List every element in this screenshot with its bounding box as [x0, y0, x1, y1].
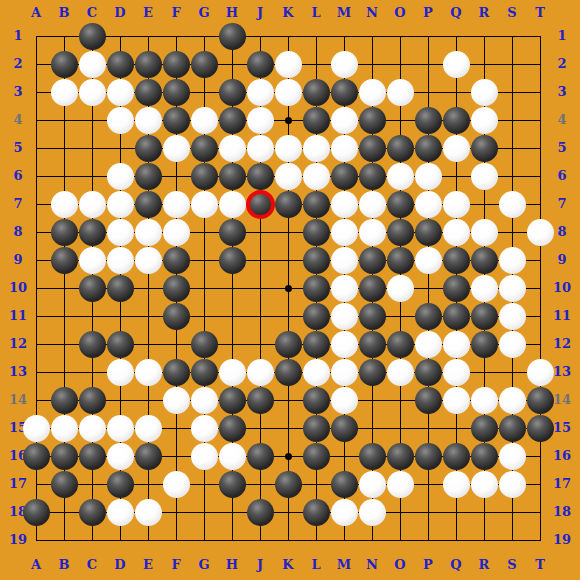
stone-black-L9 — [303, 247, 330, 274]
stone-black-P14 — [415, 387, 442, 414]
stone-black-N11 — [359, 303, 386, 330]
stone-black-H4 — [219, 107, 246, 134]
coord-label-top-D: D — [106, 2, 134, 24]
coord-label-left-6: 6 — [4, 165, 32, 187]
stone-black-H17 — [219, 471, 246, 498]
stone-black-O8 — [387, 219, 414, 246]
stone-white-M9 — [331, 247, 358, 274]
coord-label-right-6: 6 — [548, 165, 576, 187]
coord-label-bottom-T: T — [526, 554, 554, 576]
stone-white-T8 — [527, 219, 554, 246]
stone-white-E13 — [135, 359, 162, 386]
stone-white-Q7 — [443, 191, 470, 218]
coord-label-left-13: 13 — [4, 361, 32, 383]
coord-label-bottom-H: H — [218, 554, 246, 576]
coord-label-right-1: 1 — [548, 25, 576, 47]
stone-white-C3 — [79, 79, 106, 106]
coord-label-bottom-Q: Q — [442, 554, 470, 576]
stone-black-C12 — [79, 331, 106, 358]
stone-white-K2 — [275, 51, 302, 78]
stone-black-A18 — [23, 499, 50, 526]
stone-white-S9 — [499, 247, 526, 274]
stone-white-N8 — [359, 219, 386, 246]
stone-black-P4 — [415, 107, 442, 134]
stone-white-M12 — [331, 331, 358, 358]
stone-black-K17 — [275, 471, 302, 498]
stone-black-B8 — [51, 219, 78, 246]
stone-white-F14 — [163, 387, 190, 414]
stone-black-L14 — [303, 387, 330, 414]
coord-label-top-K: K — [274, 2, 302, 24]
stone-white-M10 — [331, 275, 358, 302]
stone-white-O17 — [387, 471, 414, 498]
stone-black-L16 — [303, 443, 330, 470]
stone-white-S10 — [499, 275, 526, 302]
coord-label-bottom-J: J — [246, 554, 274, 576]
coord-label-bottom-R: R — [470, 554, 498, 576]
stone-white-G7 — [191, 191, 218, 218]
stone-white-M14 — [331, 387, 358, 414]
coord-label-right-18: 18 — [548, 501, 576, 523]
stone-white-M2 — [331, 51, 358, 78]
star-point-K16 — [285, 453, 292, 460]
stone-black-E16 — [135, 443, 162, 470]
stone-black-J2 — [247, 51, 274, 78]
stone-white-H5 — [219, 135, 246, 162]
stone-black-B2 — [51, 51, 78, 78]
stone-white-E4 — [135, 107, 162, 134]
stone-black-D12 — [107, 331, 134, 358]
stone-white-R10 — [471, 275, 498, 302]
stone-white-D15 — [107, 415, 134, 442]
stone-white-A15 — [23, 415, 50, 442]
star-point-K4 — [285, 117, 292, 124]
stone-white-G16 — [191, 443, 218, 470]
stone-white-G15 — [191, 415, 218, 442]
stone-white-M11 — [331, 303, 358, 330]
stone-black-F11 — [163, 303, 190, 330]
stone-white-N7 — [359, 191, 386, 218]
coord-label-left-7: 7 — [4, 193, 32, 215]
stone-black-J18 — [247, 499, 274, 526]
stone-black-N16 — [359, 443, 386, 470]
stone-black-G6 — [191, 163, 218, 190]
stone-black-B17 — [51, 471, 78, 498]
stone-black-L12 — [303, 331, 330, 358]
coord-label-right-17: 17 — [548, 473, 576, 495]
stone-black-M3 — [331, 79, 358, 106]
stone-white-F5 — [163, 135, 190, 162]
stone-black-A16 — [23, 443, 50, 470]
stone-white-P7 — [415, 191, 442, 218]
stone-black-R5 — [471, 135, 498, 162]
stone-white-E9 — [135, 247, 162, 274]
stone-black-K13 — [275, 359, 302, 386]
stone-white-S7 — [499, 191, 526, 218]
stone-black-C16 — [79, 443, 106, 470]
stone-black-F4 — [163, 107, 190, 134]
stone-black-O5 — [387, 135, 414, 162]
coord-label-top-R: R — [470, 2, 498, 24]
stone-white-G4 — [191, 107, 218, 134]
stone-black-O7 — [387, 191, 414, 218]
stone-white-O13 — [387, 359, 414, 386]
stone-black-Q4 — [443, 107, 470, 134]
coord-label-bottom-B: B — [50, 554, 78, 576]
stone-black-L15 — [303, 415, 330, 442]
coord-label-left-17: 17 — [4, 473, 32, 495]
stone-black-N6 — [359, 163, 386, 190]
stone-black-L3 — [303, 79, 330, 106]
coord-label-right-11: 11 — [548, 305, 576, 327]
coord-label-bottom-E: E — [134, 554, 162, 576]
stone-black-D2 — [107, 51, 134, 78]
stone-white-R14 — [471, 387, 498, 414]
stone-black-J6 — [247, 163, 274, 190]
stone-black-M6 — [331, 163, 358, 190]
stone-white-K5 — [275, 135, 302, 162]
stone-white-D9 — [107, 247, 134, 274]
stone-black-L18 — [303, 499, 330, 526]
coord-label-left-8: 8 — [4, 221, 32, 243]
coord-label-right-12: 12 — [548, 333, 576, 355]
stone-black-F3 — [163, 79, 190, 106]
stone-white-O10 — [387, 275, 414, 302]
stone-black-N10 — [359, 275, 386, 302]
stone-black-C18 — [79, 499, 106, 526]
stone-white-L13 — [303, 359, 330, 386]
stone-white-M8 — [331, 219, 358, 246]
stone-white-C2 — [79, 51, 106, 78]
stone-black-C1 — [79, 23, 106, 50]
stone-black-M15 — [331, 415, 358, 442]
stone-white-S17 — [499, 471, 526, 498]
stone-black-H3 — [219, 79, 246, 106]
coord-label-bottom-N: N — [358, 554, 386, 576]
coord-label-left-5: 5 — [4, 137, 32, 159]
star-point-K10 — [285, 285, 292, 292]
stone-black-H1 — [219, 23, 246, 50]
coord-label-bottom-G: G — [190, 554, 218, 576]
stone-white-H13 — [219, 359, 246, 386]
stone-white-L6 — [303, 163, 330, 190]
stone-black-E3 — [135, 79, 162, 106]
stone-black-Q10 — [443, 275, 470, 302]
coord-label-top-E: E — [134, 2, 162, 24]
stone-black-S15 — [499, 415, 526, 442]
stone-white-K6 — [275, 163, 302, 190]
stone-white-N18 — [359, 499, 386, 526]
stone-black-P13 — [415, 359, 442, 386]
stone-black-H8 — [219, 219, 246, 246]
stone-white-L5 — [303, 135, 330, 162]
stone-white-H7 — [219, 191, 246, 218]
stone-white-D16 — [107, 443, 134, 470]
stone-white-S14 — [499, 387, 526, 414]
stone-white-Q14 — [443, 387, 470, 414]
stone-white-R4 — [471, 107, 498, 134]
stone-white-F7 — [163, 191, 190, 218]
stone-white-N17 — [359, 471, 386, 498]
stone-white-D8 — [107, 219, 134, 246]
coord-label-top-N: N — [358, 2, 386, 24]
stone-black-C14 — [79, 387, 106, 414]
stone-white-Q8 — [443, 219, 470, 246]
stone-black-L10 — [303, 275, 330, 302]
stone-black-L8 — [303, 219, 330, 246]
stone-white-M7 — [331, 191, 358, 218]
stone-black-Q9 — [443, 247, 470, 274]
stone-black-T14 — [527, 387, 554, 414]
coord-label-top-P: P — [414, 2, 442, 24]
stone-black-O16 — [387, 443, 414, 470]
coord-label-bottom-M: M — [330, 554, 358, 576]
stone-white-B3 — [51, 79, 78, 106]
stone-black-P5 — [415, 135, 442, 162]
stone-black-G5 — [191, 135, 218, 162]
stone-black-B16 — [51, 443, 78, 470]
coord-label-right-10: 10 — [548, 277, 576, 299]
stone-white-S11 — [499, 303, 526, 330]
stone-white-C9 — [79, 247, 106, 274]
coord-label-top-C: C — [78, 2, 106, 24]
stone-white-P12 — [415, 331, 442, 358]
stone-black-P11 — [415, 303, 442, 330]
stone-black-N5 — [359, 135, 386, 162]
stone-white-R17 — [471, 471, 498, 498]
stone-white-R6 — [471, 163, 498, 190]
coord-label-bottom-A: A — [22, 554, 50, 576]
stone-white-B15 — [51, 415, 78, 442]
coord-label-top-J: J — [246, 2, 274, 24]
stone-black-N13 — [359, 359, 386, 386]
stone-black-D10 — [107, 275, 134, 302]
stone-black-K7 — [275, 191, 302, 218]
stone-black-Q11 — [443, 303, 470, 330]
stone-white-O3 — [387, 79, 414, 106]
stone-white-F17 — [163, 471, 190, 498]
coord-label-right-9: 9 — [548, 249, 576, 271]
coord-label-right-4: 4 — [548, 109, 576, 131]
coord-label-left-9: 9 — [4, 249, 32, 271]
stone-black-H15 — [219, 415, 246, 442]
stone-white-D13 — [107, 359, 134, 386]
coord-label-left-1: 1 — [4, 25, 32, 47]
stone-black-R16 — [471, 443, 498, 470]
stone-white-O6 — [387, 163, 414, 190]
stone-black-M17 — [331, 471, 358, 498]
coord-label-right-19: 19 — [548, 529, 576, 551]
stone-black-G13 — [191, 359, 218, 386]
coord-label-top-B: B — [50, 2, 78, 24]
stone-black-K12 — [275, 331, 302, 358]
stone-black-C10 — [79, 275, 106, 302]
stone-white-M18 — [331, 499, 358, 526]
stone-black-P16 — [415, 443, 442, 470]
stone-black-F10 — [163, 275, 190, 302]
stone-white-M5 — [331, 135, 358, 162]
stone-black-R15 — [471, 415, 498, 442]
stone-black-B14 — [51, 387, 78, 414]
coord-label-top-G: G — [190, 2, 218, 24]
coord-label-right-7: 7 — [548, 193, 576, 215]
stone-white-D6 — [107, 163, 134, 190]
coord-label-right-2: 2 — [548, 53, 576, 75]
coord-label-top-H: H — [218, 2, 246, 24]
coord-label-top-A: A — [22, 2, 50, 24]
stone-white-B7 — [51, 191, 78, 218]
stone-white-M13 — [331, 359, 358, 386]
coord-label-right-16: 16 — [548, 445, 576, 467]
go-board[interactable]: AABBCCDDEEFFGGHHJJKKLLMMNNOOPPQQRRSSTT11… — [0, 0, 580, 580]
stone-white-D3 — [107, 79, 134, 106]
coord-label-bottom-K: K — [274, 554, 302, 576]
coord-label-left-10: 10 — [4, 277, 32, 299]
coord-label-top-Q: Q — [442, 2, 470, 24]
stone-black-J16 — [247, 443, 274, 470]
stone-white-G14 — [191, 387, 218, 414]
stone-white-C7 — [79, 191, 106, 218]
coord-label-bottom-S: S — [498, 554, 526, 576]
coord-label-bottom-P: P — [414, 554, 442, 576]
stone-black-H6 — [219, 163, 246, 190]
stone-white-K3 — [275, 79, 302, 106]
stone-white-J4 — [247, 107, 274, 134]
stone-white-Q17 — [443, 471, 470, 498]
coord-label-left-14: 14 — [4, 389, 32, 411]
stone-black-C8 — [79, 219, 106, 246]
stone-black-F9 — [163, 247, 190, 274]
coord-label-left-4: 4 — [4, 109, 32, 131]
coord-label-left-11: 11 — [4, 305, 32, 327]
stone-white-D7 — [107, 191, 134, 218]
stone-black-F2 — [163, 51, 190, 78]
stone-black-E6 — [135, 163, 162, 190]
stone-white-R8 — [471, 219, 498, 246]
stone-white-J5 — [247, 135, 274, 162]
stone-white-E8 — [135, 219, 162, 246]
coord-label-bottom-O: O — [386, 554, 414, 576]
coord-label-left-2: 2 — [4, 53, 32, 75]
stone-black-P8 — [415, 219, 442, 246]
stone-black-R9 — [471, 247, 498, 274]
stone-white-Q13 — [443, 359, 470, 386]
stone-black-Q16 — [443, 443, 470, 470]
stone-white-Q5 — [443, 135, 470, 162]
stone-white-P6 — [415, 163, 442, 190]
stone-black-H9 — [219, 247, 246, 274]
stone-white-Q2 — [443, 51, 470, 78]
stone-black-R12 — [471, 331, 498, 358]
stone-black-B9 — [51, 247, 78, 274]
stone-white-M4 — [331, 107, 358, 134]
stone-white-E15 — [135, 415, 162, 442]
stone-black-O12 — [387, 331, 414, 358]
stone-black-H14 — [219, 387, 246, 414]
stone-black-N12 — [359, 331, 386, 358]
stone-black-R11 — [471, 303, 498, 330]
stone-black-T15 — [527, 415, 554, 442]
stone-white-E18 — [135, 499, 162, 526]
coord-label-bottom-F: F — [162, 554, 190, 576]
stone-white-Q12 — [443, 331, 470, 358]
stone-black-G12 — [191, 331, 218, 358]
stone-black-L7 — [303, 191, 330, 218]
stone-black-E7 — [135, 191, 162, 218]
stone-black-L4 — [303, 107, 330, 134]
stone-black-J14 — [247, 387, 274, 414]
stone-black-N9 — [359, 247, 386, 274]
coord-label-top-S: S — [498, 2, 526, 24]
stone-white-S16 — [499, 443, 526, 470]
coord-label-top-M: M — [330, 2, 358, 24]
coord-label-bottom-L: L — [302, 554, 330, 576]
stone-black-O9 — [387, 247, 414, 274]
stone-white-D18 — [107, 499, 134, 526]
stone-black-G2 — [191, 51, 218, 78]
coord-label-right-3: 3 — [548, 81, 576, 103]
stone-black-E2 — [135, 51, 162, 78]
coord-label-top-O: O — [386, 2, 414, 24]
stone-white-J13 — [247, 359, 274, 386]
stone-black-F13 — [163, 359, 190, 386]
coord-label-bottom-D: D — [106, 554, 134, 576]
stone-white-J3 — [247, 79, 274, 106]
coord-label-left-19: 19 — [4, 529, 32, 551]
coord-label-bottom-C: C — [78, 554, 106, 576]
stone-white-N3 — [359, 79, 386, 106]
coord-label-left-12: 12 — [4, 333, 32, 355]
stone-white-F8 — [163, 219, 190, 246]
stone-black-E5 — [135, 135, 162, 162]
stone-black-L11 — [303, 303, 330, 330]
coord-label-top-L: L — [302, 2, 330, 24]
last-move-marker-J7 — [246, 190, 275, 219]
coord-label-right-5: 5 — [548, 137, 576, 159]
stone-white-P9 — [415, 247, 442, 274]
coord-label-top-F: F — [162, 2, 190, 24]
stone-white-C15 — [79, 415, 106, 442]
stone-white-T13 — [527, 359, 554, 386]
stone-white-S12 — [499, 331, 526, 358]
coord-label-top-T: T — [526, 2, 554, 24]
stone-white-R3 — [471, 79, 498, 106]
coord-label-left-3: 3 — [4, 81, 32, 103]
stone-black-N4 — [359, 107, 386, 134]
stone-black-D17 — [107, 471, 134, 498]
stone-white-D4 — [107, 107, 134, 134]
stone-white-H16 — [219, 443, 246, 470]
